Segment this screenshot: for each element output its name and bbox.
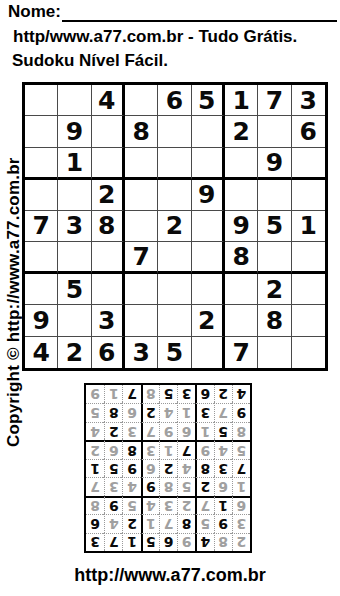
- cell-r6c1[interactable]: [25, 242, 58, 274]
- cell-r6c5[interactable]: [158, 242, 191, 274]
- cell-r4c1[interactable]: [25, 180, 58, 211]
- cell-r1c2[interactable]: [58, 85, 91, 116]
- solution-cell-r5c5: 2: [159, 459, 177, 477]
- solution-cell-r9c9: 9: [86, 385, 104, 403]
- solution-cell-r3c1: 6: [232, 496, 250, 514]
- solution-cell-r9c2: 2: [214, 385, 232, 403]
- solution-cell-r6c1: 5: [232, 440, 250, 458]
- cell-r8c2[interactable]: [58, 305, 91, 336]
- solution-cell-r1c7: 1: [122, 533, 140, 551]
- solution-cell-r6c7: 8: [122, 440, 140, 458]
- puzzle-level-title: Sudoku Nível Fácil.: [12, 51, 168, 71]
- cell-r8c7[interactable]: [225, 305, 258, 336]
- solution-cell-r1c4: 9: [177, 533, 195, 551]
- cell-r7c5[interactable]: [158, 274, 191, 305]
- solution-cell-r3c3: 7: [195, 496, 213, 514]
- cell-r5c1: 7: [25, 211, 58, 242]
- solution-cell-r7c3: 1: [195, 422, 213, 440]
- solution-cell-r2c2: 9: [214, 514, 232, 532]
- cell-r9c6[interactable]: [192, 337, 225, 368]
- cell-r3c9[interactable]: [292, 148, 325, 180]
- sudoku-puzzle-grid[interactable]: 46517398261929738295178529328426357: [22, 82, 328, 371]
- cell-r9c4: 3: [125, 337, 158, 368]
- solution-cell-r4c2: 6: [214, 477, 232, 495]
- solution-cell-r1c6: 5: [141, 533, 159, 551]
- solution-cell-r6c2: 4: [214, 440, 232, 458]
- name-label: Nome:: [8, 2, 61, 22]
- solution-cell-r6c5: 1: [159, 440, 177, 458]
- cell-r5c9: 1: [292, 211, 325, 242]
- cell-r4c7[interactable]: [225, 180, 258, 211]
- solution-cell-r2c8: 4: [104, 514, 122, 532]
- cell-r2c8[interactable]: [258, 116, 291, 147]
- cell-r3c8: 9: [258, 148, 291, 180]
- solution-cell-r6c6: 3: [141, 440, 159, 458]
- solution-cell-r1c2: 8: [214, 533, 232, 551]
- solution-cell-r4c6: 9: [141, 477, 159, 495]
- cell-r2c1[interactable]: [25, 116, 58, 147]
- solution-cell-r5c7: 9: [122, 459, 140, 477]
- cell-r8c3: 3: [92, 305, 125, 336]
- cell-r4c2[interactable]: [58, 180, 91, 211]
- site-tagline: http/www.a77.com.br - Tudo Grátis.: [13, 27, 297, 47]
- cell-r9c2: 2: [58, 337, 91, 368]
- cell-r7c7[interactable]: [225, 274, 258, 305]
- cell-r6c9[interactable]: [292, 242, 325, 274]
- footer-url: http://www.a77.com.br: [0, 565, 340, 586]
- solution-cell-r7c9: 4: [86, 422, 104, 440]
- solution-cell-r9c7: 7: [122, 385, 140, 403]
- solution-cell-r2c5: 7: [159, 514, 177, 532]
- cell-r3c1[interactable]: [25, 148, 58, 180]
- cell-r1c8: 7: [258, 85, 291, 116]
- solution-cell-r6c8: 6: [104, 440, 122, 458]
- solution-cell-r7c4: 6: [177, 422, 195, 440]
- cell-r7c8: 2: [258, 274, 291, 305]
- cell-r8c9[interactable]: [292, 305, 325, 336]
- cell-r1c5: 6: [158, 85, 191, 116]
- solution-cell-r6c4: 7: [177, 440, 195, 458]
- solution-cell-r3c7: 5: [122, 496, 140, 514]
- solution-cell-r7c5: 9: [159, 422, 177, 440]
- cell-r4c6: 9: [192, 180, 225, 211]
- solution-cell-r8c3: 3: [195, 403, 213, 421]
- solution-cell-r9c3: 6: [195, 385, 213, 403]
- cell-r7c2: 5: [58, 274, 91, 305]
- cell-r9c7: 7: [225, 337, 258, 368]
- cell-r8c4[interactable]: [125, 305, 158, 336]
- name-fill-line[interactable]: [62, 2, 337, 22]
- cell-r5c3: 8: [92, 211, 125, 242]
- cell-r7c3[interactable]: [92, 274, 125, 305]
- solution-cell-r8c7: 6: [122, 403, 140, 421]
- name-row: Nome:: [8, 2, 337, 22]
- sudoku-solution-grid-rotated: 2849651733958712466172345981625894377384…: [84, 383, 252, 553]
- solution-cell-r5c1: 7: [232, 459, 250, 477]
- solution-cell-r4c4: 5: [177, 477, 195, 495]
- solution-cell-r1c9: 3: [86, 533, 104, 551]
- cell-r6c3[interactable]: [92, 242, 125, 274]
- solution-cell-r2c1: 3: [232, 514, 250, 532]
- cell-r5c8: 5: [258, 211, 291, 242]
- cell-r9c3: 6: [92, 337, 125, 368]
- cell-r4c8[interactable]: [258, 180, 291, 211]
- cell-r9c1: 4: [25, 337, 58, 368]
- solution-cell-r5c8: 5: [104, 459, 122, 477]
- solution-cell-r4c8: 3: [104, 477, 122, 495]
- cell-r6c8[interactable]: [258, 242, 291, 274]
- cell-r2c7: 2: [225, 116, 258, 147]
- cell-r2c5[interactable]: [158, 116, 191, 147]
- cell-r4c3: 2: [92, 180, 125, 211]
- cell-r6c6[interactable]: [192, 242, 225, 274]
- cell-r5c7: 9: [225, 211, 258, 242]
- cell-r4c5[interactable]: [158, 180, 191, 211]
- cell-r7c1[interactable]: [25, 274, 58, 305]
- solution-cell-r1c8: 7: [104, 533, 122, 551]
- solution-cell-r8c4: 1: [177, 403, 195, 421]
- cell-r2c4: 8: [125, 116, 158, 147]
- solution-cell-r8c5: 4: [159, 403, 177, 421]
- solution-cell-r6c9: 2: [86, 440, 104, 458]
- solution-cell-r9c5: 5: [159, 385, 177, 403]
- cell-r8c1: 9: [25, 305, 58, 336]
- cell-r8c5[interactable]: [158, 305, 191, 336]
- solution-cell-r5c4: 4: [177, 459, 195, 477]
- solution-cell-r8c8: 8: [104, 403, 122, 421]
- solution-cell-r2c9: 6: [86, 514, 104, 532]
- solution-cell-r8c2: 7: [214, 403, 232, 421]
- cell-r1c6: 5: [192, 85, 225, 116]
- cell-r6c4: 7: [125, 242, 158, 274]
- cell-r6c2[interactable]: [58, 242, 91, 274]
- cell-r5c6[interactable]: [192, 211, 225, 242]
- solution-cell-r9c6: 8: [141, 385, 159, 403]
- cell-r3c5[interactable]: [158, 148, 191, 180]
- solution-cell-r1c3: 4: [195, 533, 213, 551]
- cell-r5c5: 2: [158, 211, 191, 242]
- solution-cell-r8c9: 5: [86, 403, 104, 421]
- cell-r9c9[interactable]: [292, 337, 325, 368]
- cell-r2c9: 6: [292, 116, 325, 147]
- solution-cell-r1c5: 6: [159, 533, 177, 551]
- cell-r8c6: 2: [192, 305, 225, 336]
- cell-r9c5: 5: [158, 337, 191, 368]
- solution-cell-r7c6: 7: [141, 422, 159, 440]
- cell-r4c4[interactable]: [125, 180, 158, 211]
- cell-r3c2: 1: [58, 148, 91, 180]
- solution-cell-r4c5: 8: [159, 477, 177, 495]
- cell-r1c4[interactable]: [125, 85, 158, 116]
- solution-cell-r6c3: 9: [195, 440, 213, 458]
- cell-r7c9[interactable]: [292, 274, 325, 305]
- solution-cell-r9c4: 3: [177, 385, 195, 403]
- solution-cell-r5c3: 8: [195, 459, 213, 477]
- solution-cell-r4c7: 4: [122, 477, 140, 495]
- solution-cell-r8c6: 2: [141, 403, 159, 421]
- cell-r2c3[interactable]: [92, 116, 125, 147]
- solution-cell-r7c2: 5: [214, 422, 232, 440]
- solution-cell-r4c9: 7: [86, 477, 104, 495]
- cell-r9c8[interactable]: [258, 337, 291, 368]
- solution-cell-r3c5: 3: [159, 496, 177, 514]
- cell-r3c6[interactable]: [192, 148, 225, 180]
- solution-cell-r8c1: 9: [232, 403, 250, 421]
- cell-r5c2: 3: [58, 211, 91, 242]
- solution-cell-r5c9: 1: [86, 459, 104, 477]
- solution-cell-r2c6: 1: [141, 514, 159, 532]
- solution-cell-r3c6: 4: [141, 496, 159, 514]
- solution-cell-r5c2: 3: [214, 459, 232, 477]
- cell-r8c8: 8: [258, 305, 291, 336]
- cell-r7c4[interactable]: [125, 274, 158, 305]
- solution-cell-r2c4: 8: [177, 514, 195, 532]
- solution-cell-r9c1: 4: [232, 385, 250, 403]
- solution-cell-r7c8: 2: [104, 422, 122, 440]
- solution-cell-r2c3: 5: [195, 514, 213, 532]
- solution-cell-r3c9: 8: [86, 496, 104, 514]
- solution-cell-r3c8: 9: [104, 496, 122, 514]
- cell-r4c9[interactable]: [292, 180, 325, 211]
- cell-r1c3: 4: [92, 85, 125, 116]
- cell-r2c6[interactable]: [192, 116, 225, 147]
- cell-r1c9: 3: [292, 85, 325, 116]
- solution-cell-r7c7: 3: [122, 422, 140, 440]
- cell-r2c2: 9: [58, 116, 91, 147]
- cell-r3c3[interactable]: [92, 148, 125, 180]
- solution-cell-r4c1: 1: [232, 477, 250, 495]
- cell-r1c7: 1: [225, 85, 258, 116]
- cell-r3c4[interactable]: [125, 148, 158, 180]
- cell-r5c4[interactable]: [125, 211, 158, 242]
- solution-cell-r3c2: 1: [214, 496, 232, 514]
- solution-cell-r1c1: 2: [232, 533, 250, 551]
- cell-r6c7: 8: [225, 242, 258, 274]
- cell-r7c6[interactable]: [192, 274, 225, 305]
- cell-r1c1[interactable]: [25, 85, 58, 116]
- solution-cell-r5c6: 6: [141, 459, 159, 477]
- cell-r3c7[interactable]: [225, 148, 258, 180]
- solution-cell-r4c3: 2: [195, 477, 213, 495]
- solution-cell-r2c7: 2: [122, 514, 140, 532]
- solution-cell-r9c8: 1: [104, 385, 122, 403]
- solution-cell-r7c1: 8: [232, 422, 250, 440]
- solution-cell-r3c4: 2: [177, 496, 195, 514]
- copyright-notice: Copyright © http://www.a77.com.br: [4, 85, 24, 447]
